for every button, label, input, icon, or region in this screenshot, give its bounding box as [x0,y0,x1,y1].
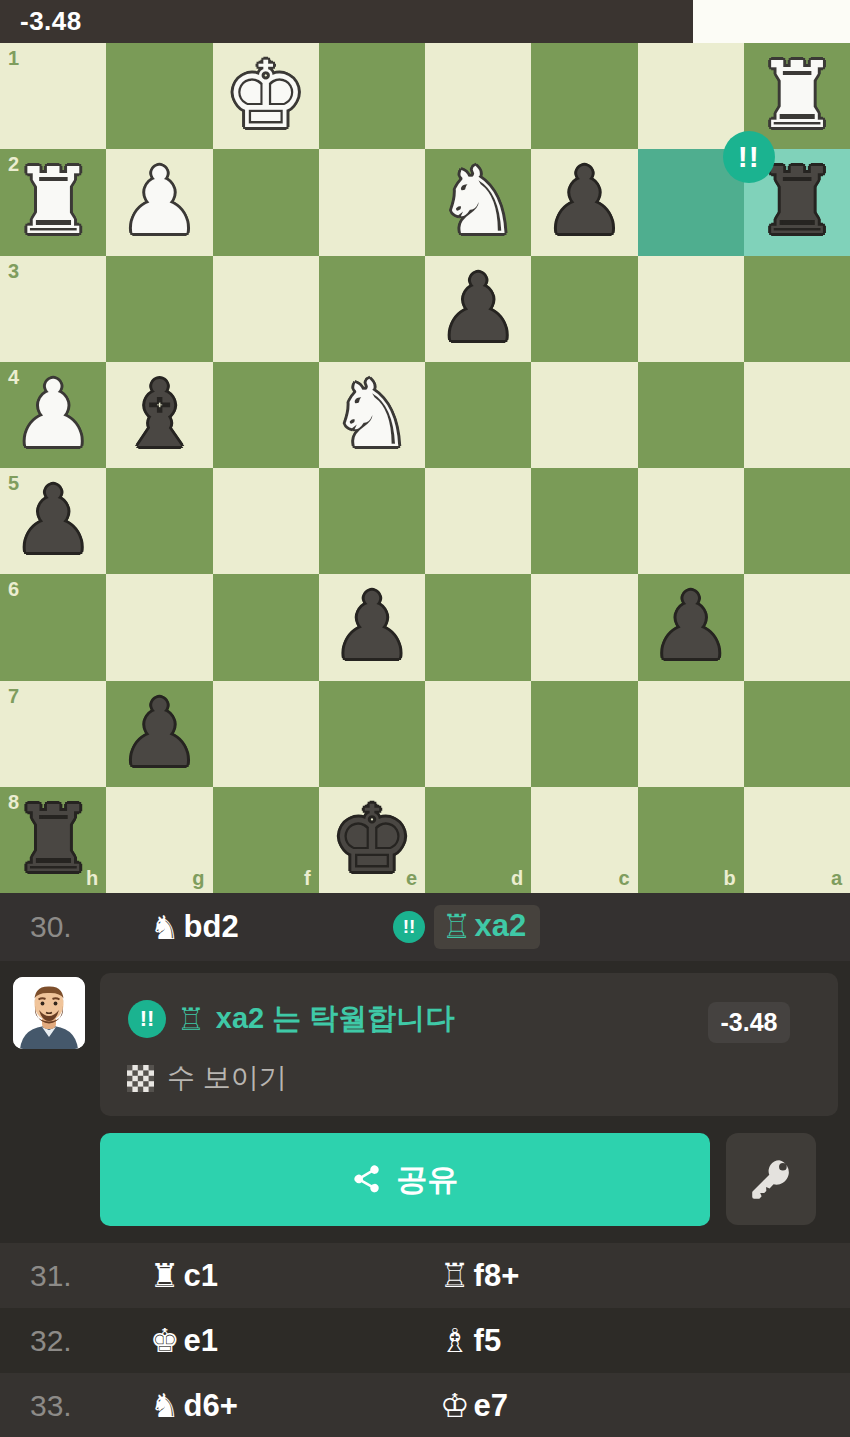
square-f6[interactable] [213,574,319,680]
top-corner-spacer [693,0,850,43]
square-b4[interactable] [638,362,744,468]
white-move-text: d6+ [184,1388,238,1424]
white-move[interactable]: ♞d6+ [150,1373,238,1437]
square-f1[interactable]: ♚ [213,43,319,149]
square-b6[interactable]: ♟ [638,574,744,680]
move-list: 31.♜c1♖f8+32.♚e1♗f533.♞d6+♔e7 [0,1243,850,1437]
rank-label-5: 5 [8,472,19,495]
rank-label-2: 2 [8,153,19,176]
square-g3[interactable] [106,256,212,362]
square-c5[interactable] [531,468,637,574]
move-number: 31. [30,1243,72,1308]
square-c3[interactable] [531,256,637,362]
key-icon [748,1156,794,1202]
black-piece-icon: ♖ [442,910,472,943]
square-e4[interactable]: ♞ [319,362,425,468]
square-f7[interactable] [213,681,319,787]
black-move-text: e7 [474,1388,508,1424]
white-move-text: e1 [184,1323,218,1359]
square-h3[interactable]: 3 [0,256,106,362]
black-move[interactable]: !!♖xa2 [393,893,540,961]
square-c4[interactable] [531,362,637,468]
square-c2[interactable]: ♟ [531,149,637,255]
black-pawn-d3: ♟ [425,256,531,362]
square-a8[interactable]: a [744,787,850,893]
square-g5[interactable] [106,468,212,574]
square-a7[interactable] [744,681,850,787]
square-d6[interactable] [425,574,531,680]
square-d2[interactable]: ♞ [425,149,531,255]
square-g2[interactable]: ♟ [106,149,212,255]
file-label-b: b [724,867,736,890]
rank-label-8: 8 [8,791,19,814]
share-label: 공유 [397,1159,459,1201]
black-piece-icon: ♖ [440,1259,470,1292]
file-label-e: e [406,867,417,890]
move-row-current[interactable]: 30.♞bd2!!♖xa2 [0,893,850,961]
move-number: 30. [30,893,72,961]
square-e5[interactable] [319,468,425,574]
square-b3[interactable] [638,256,744,362]
square-d3[interactable]: ♟ [425,256,531,362]
move-row-32[interactable]: 32.♚e1♗f5 [0,1308,850,1373]
square-f4[interactable] [213,362,319,468]
square-d8[interactable]: d [425,787,531,893]
square-g1[interactable] [106,43,212,149]
square-a5[interactable] [744,468,850,574]
analysis-screen: -3.48 1♚♜2♜♟♞♟♜3♟4♟♝♞5♟6♟♟7♟8h♜gfe♚dcba!… [0,0,850,1437]
square-h8[interactable]: 8h♜ [0,787,106,893]
evaluation-bar: -3.48 [0,0,693,43]
brilliant-comment: !! ♖ xa2 는 탁월합니다 [128,999,454,1039]
white-move[interactable]: ♞bd2 [150,893,239,961]
file-label-c: c [618,867,629,890]
square-a3[interactable] [744,256,850,362]
square-g7[interactable]: ♟ [106,681,212,787]
square-g4[interactable]: ♝ [106,362,212,468]
white-move[interactable]: ♜c1 [150,1243,218,1308]
white-pawn-g2: ♟ [106,149,212,255]
move-number: 33. [30,1373,72,1437]
show-moves-row[interactable]: 수 보이기 [127,1059,287,1097]
share-icon [352,1163,382,1196]
black-piece-icon: ♗ [440,1324,470,1357]
rook-move-icon: ♖ [177,1004,205,1035]
square-f5[interactable] [213,468,319,574]
black-move-text: f8+ [474,1258,520,1294]
square-c8[interactable]: c [531,787,637,893]
square-h5[interactable]: 5♟ [0,468,106,574]
square-c7[interactable] [531,681,637,787]
square-e2[interactable] [319,149,425,255]
black-bishop-g4: ♝ [106,362,212,468]
brilliant-move-badge: !! [723,131,775,183]
square-c1[interactable] [531,43,637,149]
square-b8[interactable]: b [638,787,744,893]
square-e8[interactable]: e♚ [319,787,425,893]
square-h7[interactable]: 7 [0,681,106,787]
black-move-text: xa2 [475,908,527,944]
rank-label-1: 1 [8,47,19,70]
black-pawn-e6: ♟ [319,574,425,680]
square-d5[interactable] [425,468,531,574]
coach-avatar [13,977,85,1049]
black-pawn-g7: ♟ [106,681,212,787]
white-move[interactable]: ♚e1 [150,1308,218,1373]
square-h1[interactable]: 1 [0,43,106,149]
white-king-f1: ♚ [213,43,319,149]
show-moves-label: 수 보이기 [167,1059,287,1097]
square-f3[interactable] [213,256,319,362]
white-move-text: bd2 [184,909,239,945]
square-b5[interactable] [638,468,744,574]
key-button[interactable] [726,1133,816,1225]
white-piece-icon: ♞ [150,1389,180,1422]
white-knight-d2: ♞ [425,149,531,255]
comment-text: xa2 는 탁월합니다 [216,999,455,1039]
square-d1[interactable] [425,43,531,149]
black-move-text: f5 [474,1323,502,1359]
file-label-h: h [86,867,98,890]
move-row-31[interactable]: 31.♜c1♖f8+ [0,1243,850,1308]
rank-label-4: 4 [8,366,19,389]
square-g8[interactable]: g [106,787,212,893]
square-e7[interactable] [319,681,425,787]
mini-board-icon [127,1065,154,1092]
white-move-text: c1 [184,1258,218,1294]
coach-avatar-illustration [13,977,85,1049]
black-pawn-c2: ♟ [531,149,637,255]
file-label-f: f [304,867,311,890]
square-d4[interactable] [425,362,531,468]
square-h6[interactable]: 6 [0,574,106,680]
square-d7[interactable] [425,681,531,787]
brilliant-icon: !! [128,1000,166,1038]
square-b1[interactable] [638,43,744,149]
white-piece-icon: ♚ [150,1324,180,1357]
square-e1[interactable] [319,43,425,149]
chess-board: 1♚♜2♜♟♞♟♜3♟4♟♝♞5♟6♟♟7♟8h♜gfe♚dcba!! [0,43,850,893]
white-piece-icon: ♞ [150,911,180,944]
square-g6[interactable] [106,574,212,680]
black-piece-icon: ♔ [440,1389,470,1422]
black-move[interactable]: ♔e7 [440,1373,508,1437]
file-label-a: a [831,867,842,890]
square-f2[interactable] [213,149,319,255]
evaluation-score: -3.48 [20,6,82,37]
file-label-d: d [511,867,523,890]
square-c6[interactable] [531,574,637,680]
square-a6[interactable] [744,574,850,680]
move-row-33[interactable]: 33.♞d6+♔e7 [0,1373,850,1437]
square-e3[interactable] [319,256,425,362]
square-h2[interactable]: 2♜ [0,149,106,255]
selected-move-chip[interactable]: ♖xa2 [434,905,540,949]
brilliant-move-icon: !! [393,911,425,943]
rank-label-7: 7 [8,685,19,708]
move-comment-panel: !! ♖ xa2 는 탁월합니다 -3.48 수 보이기 [100,973,838,1116]
black-move[interactable]: ♖f8+ [440,1243,519,1308]
file-label-g: g [192,867,204,890]
white-piece-icon: ♜ [150,1259,180,1292]
square-b7[interactable] [638,681,744,787]
black-pawn-b6: ♟ [638,574,744,680]
rank-label-3: 3 [8,260,19,283]
share-button[interactable]: 공유 [100,1133,710,1226]
square-h4[interactable]: 4♟ [0,362,106,468]
square-f8[interactable]: f [213,787,319,893]
rank-label-6: 6 [8,578,19,601]
square-e6[interactable]: ♟ [319,574,425,680]
square-a4[interactable] [744,362,850,468]
white-knight-e4: ♞ [319,362,425,468]
evaluation-badge: -3.48 [708,1002,790,1043]
black-move[interactable]: ♗f5 [440,1308,501,1373]
move-number: 32. [30,1308,72,1373]
